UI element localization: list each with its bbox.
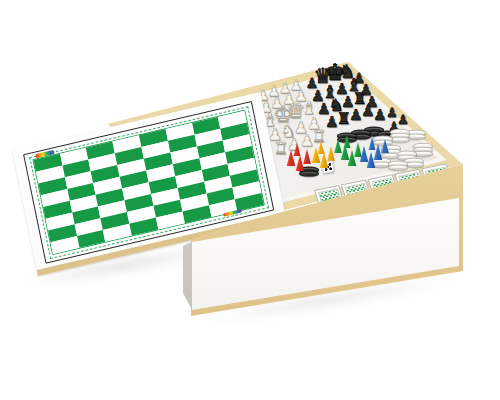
ludo-cone-yellow [327, 146, 336, 161]
ludo-cone-green [354, 142, 363, 157]
ludo-cone-red [303, 149, 312, 164]
chess-piece-white-rook: ♜ [274, 141, 288, 157]
chess-piece-black-rook: ♜ [337, 111, 351, 127]
checkers-stack-white [390, 129, 410, 143]
chess-piece-black-pawn: ♟ [349, 108, 362, 123]
chess-piece-black-pawn: ♟ [373, 108, 386, 123]
game-box-product-photo: ♟♟♟♟♟♟♟♟♝♚♛♝♟♞♟♟♜♟♟♜♟♛♚♞♟♟♝♟♝♟♟♞♟♜♟♟♜♟♟♟… [0, 0, 500, 400]
checker-piece-black [299, 171, 319, 178]
checker-piece-white [390, 137, 410, 144]
chess-piece-black-pawn: ♟ [386, 106, 398, 119]
checkers-stack-white [388, 161, 408, 171]
checker-piece-white [388, 165, 408, 172]
chess-piece-white-pawn: ♟ [300, 133, 314, 149]
chess-piece-white-pawn: ♟ [287, 137, 301, 153]
chess-piece-black-pawn: ♟ [325, 115, 338, 130]
